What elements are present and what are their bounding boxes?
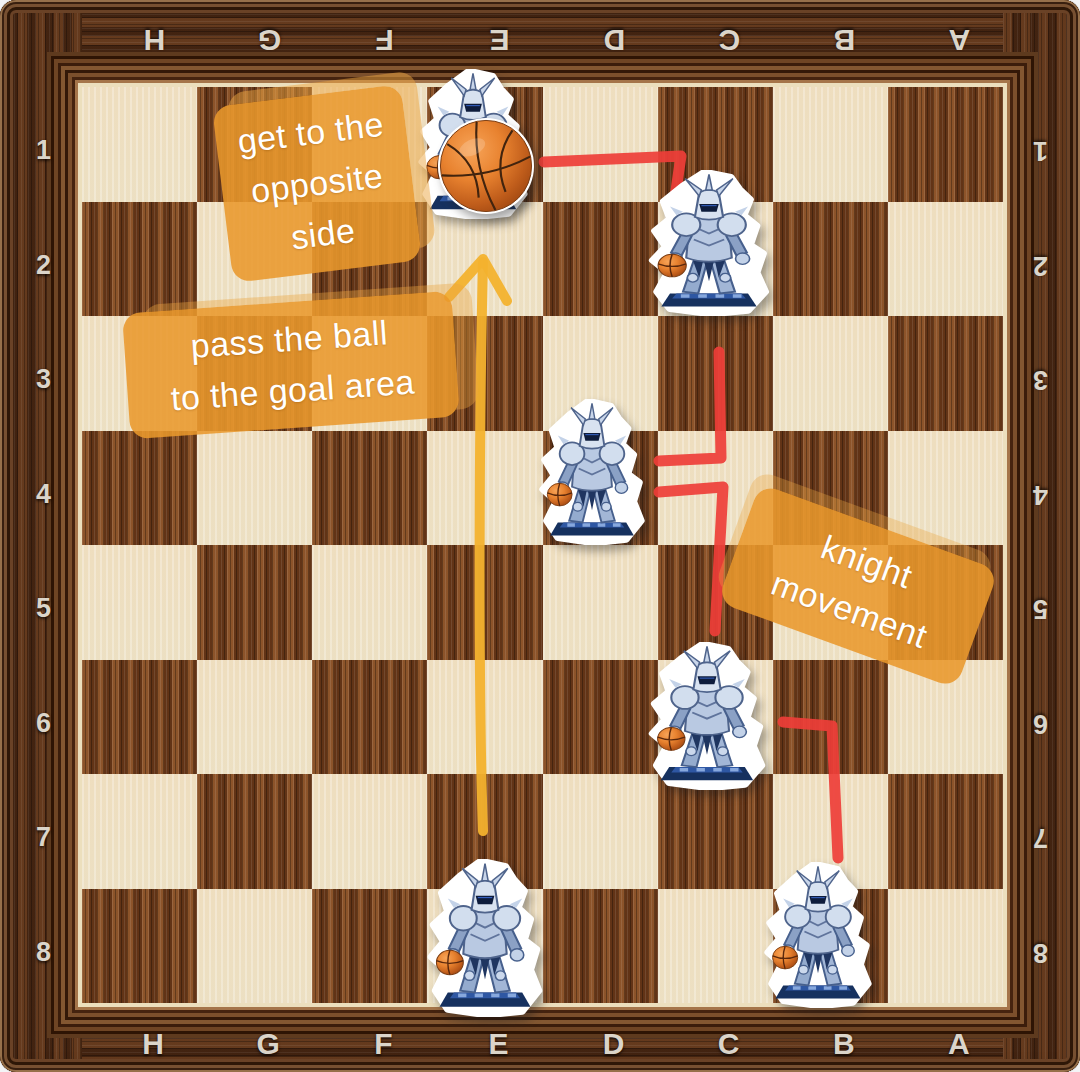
- square-d4: [543, 431, 658, 546]
- square-g2: [197, 202, 312, 317]
- square-h1: [82, 87, 197, 202]
- square-f7: [312, 774, 427, 889]
- square-b6: [773, 660, 888, 775]
- square-e4: [427, 431, 542, 546]
- square-a2: [888, 202, 1003, 317]
- square-e7: [427, 774, 542, 889]
- square-b3: [773, 316, 888, 431]
- square-e5: [427, 545, 542, 660]
- square-f5: [312, 545, 427, 660]
- square-c8: [658, 889, 773, 1004]
- square-c5: [658, 545, 773, 660]
- square-f4: [312, 431, 427, 546]
- square-h7: [82, 774, 197, 889]
- chess-lesson-screenshot: HGFEDCBAHGFEDCBA1234567812345678 get to …: [0, 0, 1080, 1072]
- square-f1: [312, 87, 427, 202]
- square-a6: [888, 660, 1003, 775]
- square-f2: [312, 202, 427, 317]
- square-a1: [888, 87, 1003, 202]
- square-h2: [82, 202, 197, 317]
- square-c3: [658, 316, 773, 431]
- frame-right-rail: [1003, 0, 1080, 1072]
- square-g5: [197, 545, 312, 660]
- square-d6: [543, 660, 658, 775]
- square-g1: [197, 87, 312, 202]
- square-h8: [82, 889, 197, 1004]
- square-d1: [543, 87, 658, 202]
- square-e2: [427, 202, 542, 317]
- square-g3: [197, 316, 312, 431]
- square-c6: [658, 660, 773, 775]
- square-b5: [773, 545, 888, 660]
- square-f6: [312, 660, 427, 775]
- square-g4: [197, 431, 312, 546]
- square-e6: [427, 660, 542, 775]
- square-a4: [888, 431, 1003, 546]
- square-e1: [427, 87, 542, 202]
- square-a8: [888, 889, 1003, 1004]
- square-h3: [82, 316, 197, 431]
- frame-top-rail: [0, 0, 1080, 87]
- frame-left-rail: [0, 0, 82, 1072]
- square-g7: [197, 774, 312, 889]
- square-h4: [82, 431, 197, 546]
- square-h5: [82, 545, 197, 660]
- square-b4: [773, 431, 888, 546]
- square-f8: [312, 889, 427, 1004]
- square-c4: [658, 431, 773, 546]
- square-f3: [312, 316, 427, 431]
- square-b7: [773, 774, 888, 889]
- square-c7: [658, 774, 773, 889]
- square-b2: [773, 202, 888, 317]
- square-g8: [197, 889, 312, 1004]
- square-c2: [658, 202, 773, 317]
- chessboard: [82, 87, 1003, 1003]
- square-e3: [427, 316, 542, 431]
- square-d3: [543, 316, 658, 431]
- square-g6: [197, 660, 312, 775]
- square-d8: [543, 889, 658, 1004]
- square-b1: [773, 87, 888, 202]
- square-b8: [773, 889, 888, 1004]
- square-e8: [427, 889, 542, 1004]
- square-a3: [888, 316, 1003, 431]
- square-d2: [543, 202, 658, 317]
- frame-bottom-rail: [0, 1003, 1080, 1072]
- square-c1: [658, 87, 773, 202]
- square-h6: [82, 660, 197, 775]
- square-a5: [888, 545, 1003, 660]
- square-d5: [543, 545, 658, 660]
- board-area: [82, 87, 1003, 1003]
- square-d7: [543, 774, 658, 889]
- square-a7: [888, 774, 1003, 889]
